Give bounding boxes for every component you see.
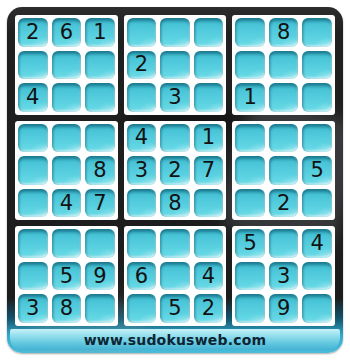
cell-digit: 8 bbox=[60, 298, 73, 319]
cell-digit: 6 bbox=[60, 22, 73, 43]
cell-r2c3[interactable] bbox=[85, 51, 115, 80]
cell-r3c1[interactable]: 4 bbox=[18, 83, 48, 112]
cell-r8c3[interactable]: 9 bbox=[85, 262, 115, 291]
cell-digit: 4 bbox=[311, 233, 324, 254]
cell-r8c1[interactable] bbox=[18, 262, 48, 291]
cell-r2c8[interactable] bbox=[269, 51, 299, 80]
cell-digit: 4 bbox=[202, 266, 215, 287]
cell-r7c1[interactable] bbox=[18, 229, 48, 258]
cell-r5c8[interactable] bbox=[269, 156, 299, 185]
box-3-1: 5938 bbox=[15, 226, 118, 326]
cell-r2c2[interactable] bbox=[52, 51, 82, 80]
cell-r4c8[interactable] bbox=[269, 124, 299, 153]
cell-digit: 4 bbox=[26, 87, 39, 108]
box-1-3: 81 bbox=[232, 15, 335, 115]
cell-r1c4[interactable] bbox=[127, 18, 157, 47]
cell-r1c5[interactable] bbox=[160, 18, 190, 47]
cell-r9c4[interactable] bbox=[127, 294, 157, 323]
cell-digit: 2 bbox=[202, 298, 215, 319]
cell-r1c3[interactable]: 1 bbox=[85, 18, 115, 47]
cell-r5c9[interactable]: 5 bbox=[302, 156, 332, 185]
cell-r7c5[interactable] bbox=[160, 229, 190, 258]
cell-r5c4[interactable]: 3 bbox=[127, 156, 157, 185]
cell-r5c1[interactable] bbox=[18, 156, 48, 185]
cell-r6c5[interactable]: 8 bbox=[160, 189, 190, 218]
cell-digit: 4 bbox=[135, 127, 148, 148]
cell-r1c6[interactable] bbox=[194, 18, 224, 47]
cell-digit: 9 bbox=[93, 266, 106, 287]
cell-r8c9[interactable] bbox=[302, 262, 332, 291]
cell-r5c5[interactable]: 2 bbox=[160, 156, 190, 185]
cell-r9c7[interactable] bbox=[235, 294, 265, 323]
cell-digit: 2 bbox=[135, 54, 148, 75]
cell-r8c4[interactable]: 6 bbox=[127, 262, 157, 291]
cell-r9c1[interactable]: 3 bbox=[18, 294, 48, 323]
cell-r5c6[interactable]: 7 bbox=[194, 156, 224, 185]
cell-r3c8[interactable] bbox=[269, 83, 299, 112]
cell-r6c7[interactable] bbox=[235, 189, 265, 218]
cell-r5c2[interactable] bbox=[52, 156, 82, 185]
box-3-3: 5439 bbox=[232, 226, 335, 326]
cell-r9c9[interactable] bbox=[302, 294, 332, 323]
cell-digit: 8 bbox=[277, 22, 290, 43]
cell-digit: 8 bbox=[93, 160, 106, 181]
cell-r3c3[interactable] bbox=[85, 83, 115, 112]
cell-r3c9[interactable] bbox=[302, 83, 332, 112]
cell-r8c2[interactable]: 5 bbox=[52, 262, 82, 291]
cell-r4c9[interactable] bbox=[302, 124, 332, 153]
cell-r6c4[interactable] bbox=[127, 189, 157, 218]
cell-digit: 3 bbox=[277, 266, 290, 287]
cell-r9c5[interactable]: 5 bbox=[160, 294, 190, 323]
website-url: www.sudokusweb.com bbox=[84, 332, 267, 348]
cell-r7c2[interactable] bbox=[52, 229, 82, 258]
cell-r4c7[interactable] bbox=[235, 124, 265, 153]
sudoku-board: 2614238184741327852593864525439 bbox=[15, 15, 335, 326]
cell-r4c1[interactable] bbox=[18, 124, 48, 153]
cell-digit: 5 bbox=[168, 298, 181, 319]
cell-r7c6[interactable] bbox=[194, 229, 224, 258]
cell-r9c2[interactable]: 8 bbox=[52, 294, 82, 323]
cell-digit: 5 bbox=[60, 266, 73, 287]
cell-r4c6[interactable]: 1 bbox=[194, 124, 224, 153]
cell-r7c3[interactable] bbox=[85, 229, 115, 258]
cell-r9c6[interactable]: 2 bbox=[194, 294, 224, 323]
cell-r7c9[interactable]: 4 bbox=[302, 229, 332, 258]
cell-r2c5[interactable] bbox=[160, 51, 190, 80]
box-2-2: 413278 bbox=[124, 121, 227, 221]
cell-r4c4[interactable]: 4 bbox=[127, 124, 157, 153]
cell-r6c9[interactable] bbox=[302, 189, 332, 218]
cell-digit: 2 bbox=[26, 22, 39, 43]
cell-digit: 2 bbox=[168, 160, 181, 181]
cell-r7c4[interactable] bbox=[127, 229, 157, 258]
cell-r8c6[interactable]: 4 bbox=[194, 262, 224, 291]
cell-r8c7[interactable] bbox=[235, 262, 265, 291]
cell-r6c2[interactable]: 4 bbox=[52, 189, 82, 218]
cell-r4c5[interactable] bbox=[160, 124, 190, 153]
cell-r5c7[interactable] bbox=[235, 156, 265, 185]
box-1-1: 2614 bbox=[15, 15, 118, 115]
cell-r3c6[interactable] bbox=[194, 83, 224, 112]
cell-r2c9[interactable] bbox=[302, 51, 332, 80]
cell-r6c8[interactable]: 2 bbox=[269, 189, 299, 218]
box-2-3: 52 bbox=[232, 121, 335, 221]
cell-digit: 9 bbox=[277, 298, 290, 319]
cell-digit: 1 bbox=[243, 87, 256, 108]
cell-r3c7[interactable]: 1 bbox=[235, 83, 265, 112]
cell-digit: 6 bbox=[135, 266, 148, 287]
cell-r2c7[interactable] bbox=[235, 51, 265, 80]
cell-r9c8[interactable]: 9 bbox=[269, 294, 299, 323]
cell-r3c5[interactable]: 3 bbox=[160, 83, 190, 112]
cell-r8c8[interactable]: 3 bbox=[269, 262, 299, 291]
cell-digit: 3 bbox=[135, 160, 148, 181]
cell-r4c3[interactable] bbox=[85, 124, 115, 153]
cell-digit: 3 bbox=[26, 298, 39, 319]
cell-r7c8[interactable] bbox=[269, 229, 299, 258]
cell-digit: 5 bbox=[311, 160, 324, 181]
cell-digit: 4 bbox=[60, 193, 73, 214]
cell-r1c1[interactable]: 2 bbox=[18, 18, 48, 47]
cell-r1c7[interactable] bbox=[235, 18, 265, 47]
cell-r2c6[interactable] bbox=[194, 51, 224, 80]
cell-r3c4[interactable] bbox=[127, 83, 157, 112]
cell-digit: 1 bbox=[93, 22, 106, 43]
cell-r9c3[interactable] bbox=[85, 294, 115, 323]
box-1-2: 23 bbox=[124, 15, 227, 115]
box-2-1: 847 bbox=[15, 121, 118, 221]
cell-r6c3[interactable]: 7 bbox=[85, 189, 115, 218]
cell-r6c1[interactable] bbox=[18, 189, 48, 218]
cell-r1c8[interactable]: 8 bbox=[269, 18, 299, 47]
cell-digit: 7 bbox=[202, 160, 215, 181]
cell-r8c5[interactable] bbox=[160, 262, 190, 291]
footer-bar: www.sudokusweb.com bbox=[10, 329, 340, 350]
cell-r1c9[interactable] bbox=[302, 18, 332, 47]
cell-digit: 1 bbox=[202, 127, 215, 148]
sudoku-frame: 2614238184741327852593864525439 www.sudo… bbox=[7, 7, 343, 353]
cell-r1c2[interactable]: 6 bbox=[52, 18, 82, 47]
cell-digit: 8 bbox=[168, 193, 181, 214]
cell-r7c7[interactable]: 5 bbox=[235, 229, 265, 258]
cell-r2c1[interactable] bbox=[18, 51, 48, 80]
cell-r6c6[interactable] bbox=[194, 189, 224, 218]
cell-digit: 7 bbox=[93, 193, 106, 214]
cell-r4c2[interactable] bbox=[52, 124, 82, 153]
cell-r3c2[interactable] bbox=[52, 83, 82, 112]
cell-r2c4[interactable]: 2 bbox=[127, 51, 157, 80]
cell-digit: 5 bbox=[243, 233, 256, 254]
cell-digit: 3 bbox=[168, 87, 181, 108]
cell-r5c3[interactable]: 8 bbox=[85, 156, 115, 185]
box-3-2: 6452 bbox=[124, 226, 227, 326]
cell-digit: 2 bbox=[277, 193, 290, 214]
